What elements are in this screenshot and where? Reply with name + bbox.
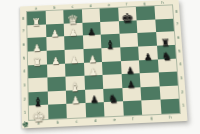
square-b8[interactable] — [45, 10, 64, 24]
coordinate-label: b — [56, 121, 59, 125]
piece-black-knight-h5[interactable]: ♞ — [161, 51, 172, 59]
coordinate-label: f — [132, 117, 134, 121]
square-b7[interactable]: ♟ — [45, 23, 64, 37]
coordinate-label: 4 — [23, 70, 26, 74]
piece-white-pawn-b7[interactable]: ♟ — [51, 30, 60, 38]
square-d5[interactable]: ♟ — [83, 48, 102, 62]
square-h7[interactable] — [155, 18, 174, 32]
coordinate-label: 1 — [182, 104, 185, 108]
coordinate-label: 3 — [180, 76, 183, 80]
coordinate-label: b — [53, 6, 56, 10]
piece-white-bishop-c3[interactable]: ♝ — [70, 83, 81, 92]
square-a3[interactable] — [28, 78, 47, 93]
coordinate-label: 1 — [24, 111, 27, 115]
square-a2[interactable]: ♝ — [29, 91, 48, 106]
square-c3[interactable]: ♝ — [65, 76, 84, 91]
coordinate-label: 5 — [178, 49, 181, 53]
square-h8[interactable] — [154, 5, 173, 19]
square-a8[interactable]: ♜ — [27, 11, 45, 25]
piece-white-pawn-d5[interactable]: ♟ — [88, 55, 97, 63]
square-f1[interactable] — [123, 101, 143, 116]
coordinate-label: c — [71, 5, 73, 9]
piece-white-pawn-a6[interactable]: ♟ — [33, 44, 42, 52]
coordinate-label: e — [108, 3, 111, 7]
piece-white-pawn-d4[interactable]: ♟ — [89, 68, 98, 76]
square-f8[interactable]: ♚ — [118, 7, 137, 21]
square-c5[interactable]: ♟ — [65, 49, 84, 63]
coordinate-label: 2 — [23, 97, 26, 101]
coordinate-label: e — [113, 118, 116, 122]
square-e4[interactable] — [102, 61, 121, 75]
piece-black-rook-h6[interactable]: ♜ — [161, 38, 171, 46]
piece-white-pawn-c5[interactable]: ♟ — [70, 56, 79, 64]
square-e8[interactable] — [100, 8, 119, 22]
square-g5[interactable]: ♟ — [138, 46, 157, 60]
coordinate-label: 6 — [22, 43, 25, 47]
square-b2[interactable] — [47, 90, 66, 105]
piece-black-knight-e2[interactable]: ♞ — [108, 95, 119, 104]
coordinate-label: 8 — [175, 10, 178, 14]
piece-white-rook-a5[interactable]: ♜ — [32, 57, 42, 65]
piece-white-queen-c8[interactable]: ♛ — [67, 16, 79, 24]
square-g6[interactable] — [137, 32, 156, 46]
board-grid: ♜♛♚♟♟♟♟♝♜♜♟♟♟♟♞♟♟♝♟♝♟♟♞♚ — [27, 5, 180, 120]
piece-white-pawn-c2[interactable]: ♟ — [71, 96, 80, 105]
square-e6[interactable]: ♝ — [101, 34, 120, 48]
piece-black-pawn-d7[interactable]: ♟ — [87, 28, 96, 36]
photo-background: abcdefgh abcdefgh 87654321 87654321 ♜♛♚♟… — [0, 0, 200, 134]
coordinate-label: 7 — [22, 30, 25, 34]
piece-black-pawn-d2[interactable]: ♟ — [90, 96, 99, 105]
square-c8[interactable]: ♛ — [63, 9, 82, 23]
piece-black-king-f8[interactable]: ♚ — [121, 13, 134, 21]
rank-labels-left: 87654321 — [21, 12, 27, 120]
square-h2[interactable] — [159, 85, 179, 100]
coordinate-label: d — [94, 119, 97, 123]
square-b5[interactable]: ♟ — [46, 50, 65, 64]
square-b3[interactable] — [47, 77, 66, 92]
coordinate-label: 4 — [179, 63, 182, 67]
piece-white-pawn-b5[interactable]: ♟ — [51, 57, 60, 65]
square-e2[interactable]: ♞ — [103, 88, 122, 103]
chess-board: abcdefgh abcdefgh 87654321 87654321 ♜♛♚♟… — [20, 0, 187, 128]
coordinate-label: f — [126, 3, 128, 7]
square-g8[interactable] — [136, 6, 155, 20]
square-e3[interactable] — [103, 74, 122, 89]
square-d2[interactable]: ♟ — [85, 89, 104, 104]
coordinate-label: g — [143, 2, 146, 6]
piece-white-rook-a8[interactable]: ♜ — [32, 18, 41, 26]
square-b1[interactable] — [48, 104, 67, 119]
square-a1[interactable]: ♚ — [29, 105, 48, 120]
square-g7[interactable] — [137, 19, 156, 33]
square-h1[interactable] — [160, 99, 180, 114]
piece-black-pawn-f3[interactable]: ♟ — [126, 80, 135, 88]
coordinate-label: g — [150, 116, 153, 120]
coordinate-label: 7 — [176, 23, 179, 27]
piece-black-pawn-f4[interactable]: ♟ — [126, 67, 135, 75]
square-h6[interactable]: ♜ — [156, 32, 175, 46]
piece-black-bishop-a2[interactable]: ♝ — [33, 98, 44, 107]
square-g2[interactable] — [140, 86, 160, 101]
square-g3[interactable] — [140, 73, 159, 87]
coordinate-label: a — [35, 7, 37, 11]
square-f5[interactable] — [120, 46, 139, 60]
piece-black-pawn-g5[interactable]: ♟ — [143, 52, 152, 60]
coordinate-label: 6 — [177, 36, 180, 40]
piece-black-bishop-e6[interactable]: ♝ — [105, 41, 116, 49]
coordinate-label: 2 — [181, 90, 184, 94]
coordinate-label: d — [89, 4, 92, 8]
square-h3[interactable] — [158, 72, 178, 86]
coordinate-label: c — [75, 120, 77, 124]
square-d7[interactable]: ♟ — [82, 22, 101, 36]
coordinate-label: h — [161, 1, 164, 5]
square-e7[interactable] — [100, 21, 119, 35]
square-f4[interactable]: ♟ — [120, 60, 139, 74]
coordinate-label: 5 — [23, 56, 26, 60]
coordinate-label: h — [169, 115, 172, 119]
coordinate-label: 3 — [23, 83, 26, 87]
square-f6[interactable] — [119, 33, 138, 47]
piece-white-king-a1[interactable]: ♚ — [32, 112, 45, 121]
square-g1[interactable] — [141, 100, 161, 115]
square-d8[interactable] — [81, 9, 100, 23]
piece-white-pawn-c7[interactable]: ♟ — [69, 29, 78, 37]
coordinate-label: 8 — [22, 17, 25, 21]
square-a6[interactable]: ♟ — [28, 37, 47, 51]
